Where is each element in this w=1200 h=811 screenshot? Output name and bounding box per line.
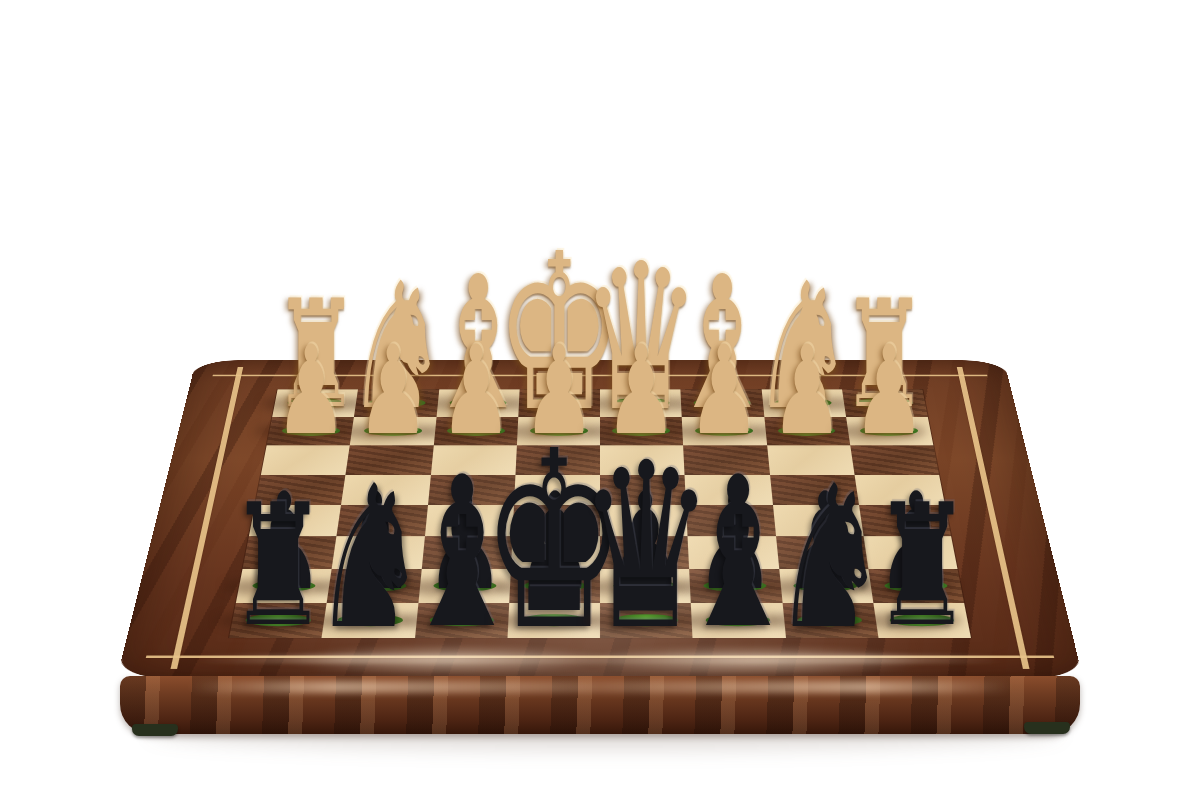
square-h8 <box>229 603 327 638</box>
square-b8 <box>782 603 878 638</box>
square-d2 <box>600 417 683 445</box>
square-c6 <box>688 536 779 569</box>
square-b1 <box>761 389 846 416</box>
square-a1 <box>842 389 928 416</box>
square-f2 <box>433 417 518 445</box>
square-h3 <box>261 445 350 474</box>
border-gloss-reflection <box>578 645 929 676</box>
square-a2 <box>846 417 933 445</box>
square-e2 <box>517 417 600 445</box>
square-h6 <box>242 536 336 569</box>
border-inlay-line-far <box>212 375 987 377</box>
square-g4 <box>341 475 430 505</box>
square-c4 <box>685 475 773 505</box>
product-photo-scene: ♜♞♝♚♛♝♞♜♟♟♟♟♟♟♟♟♟♟♟♟♟♟♟♟♜♞♝♚♛♝♞♜ <box>0 0 1200 811</box>
square-a4 <box>854 475 945 505</box>
square-f8 <box>415 603 509 638</box>
square-f1 <box>436 389 519 416</box>
board-front-edge <box>120 676 1080 734</box>
square-a5 <box>859 505 951 536</box>
square-f4 <box>428 475 516 505</box>
square-h4 <box>255 475 346 505</box>
square-h7 <box>236 569 332 603</box>
front-edge-reflection <box>187 681 1013 693</box>
board-foot-left <box>132 724 178 736</box>
square-c3 <box>683 445 769 474</box>
square-e6 <box>511 536 600 569</box>
square-c8 <box>691 603 785 638</box>
square-b7 <box>779 569 873 603</box>
square-d4 <box>600 475 686 505</box>
square-b6 <box>776 536 869 569</box>
square-f5 <box>424 505 513 536</box>
square-c1 <box>681 389 764 416</box>
square-a6 <box>863 536 957 569</box>
square-b3 <box>767 445 855 474</box>
square-h1 <box>272 389 358 416</box>
square-g8 <box>322 603 418 638</box>
square-c7 <box>689 569 782 603</box>
square-e5 <box>512 505 600 536</box>
square-d5 <box>600 505 688 536</box>
square-c2 <box>682 417 767 445</box>
square-f7 <box>418 569 511 603</box>
square-d1 <box>600 389 682 416</box>
square-g7 <box>327 569 421 603</box>
square-f3 <box>430 445 516 474</box>
square-a3 <box>850 445 939 474</box>
border-inlay-line-near <box>146 656 1054 659</box>
chess-board <box>117 360 1083 678</box>
square-g2 <box>350 417 436 445</box>
square-g5 <box>337 505 428 536</box>
board-squares-grid <box>229 389 971 637</box>
square-d7 <box>600 569 691 603</box>
square-e4 <box>514 475 600 505</box>
square-g6 <box>332 536 425 569</box>
square-g1 <box>354 389 439 416</box>
square-b4 <box>770 475 859 505</box>
square-c5 <box>686 505 775 536</box>
square-h5 <box>249 505 341 536</box>
square-e3 <box>515 445 600 474</box>
square-f6 <box>421 536 512 569</box>
square-e1 <box>518 389 600 416</box>
square-a7 <box>868 569 964 603</box>
square-d3 <box>600 445 685 474</box>
square-h2 <box>267 417 354 445</box>
square-d8 <box>600 603 693 638</box>
border-gloss-reflection <box>282 644 611 675</box>
square-d6 <box>600 536 689 569</box>
square-g3 <box>346 445 434 474</box>
square-b5 <box>773 505 864 536</box>
square-a8 <box>873 603 971 638</box>
board-foot-right <box>1024 722 1070 734</box>
square-b2 <box>764 417 850 445</box>
square-e7 <box>509 569 600 603</box>
square-e8 <box>507 603 600 638</box>
